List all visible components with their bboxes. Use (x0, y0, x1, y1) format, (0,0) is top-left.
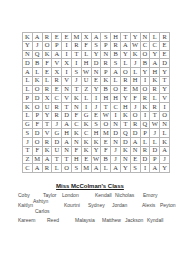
word-list-item: Nicholas (115, 193, 134, 199)
word-list-item: Carlos (35, 209, 49, 215)
word-list-item: Sydney (88, 203, 105, 209)
word-list-item: Reed (47, 218, 59, 224)
worksheet-page: KAREEMXASHTYNLRYJOPIRFSPRAWCCENQKAITLYNB… (0, 0, 180, 256)
word-list: CobyTaylorLondonKendallNicholasEmoryAsht… (0, 0, 180, 256)
word-list-item: Coby (18, 193, 30, 199)
word-list-item: Kyndall (147, 218, 163, 224)
word-list-item: Malaysia (75, 218, 95, 224)
word-list-item: Peyton (160, 203, 176, 209)
word-list-item: Jordan (112, 203, 127, 209)
word-list-item: Kareem (18, 218, 36, 224)
word-list-item: Kaitlyn (18, 203, 33, 209)
word-list-item: Emory (143, 193, 157, 199)
word-list-item: Alexis (142, 203, 155, 209)
word-list-item: Jackson (125, 218, 143, 224)
word-list-item: Matthew (102, 218, 121, 224)
word-list-item: London (62, 193, 79, 199)
word-list-item: Ashtyn (33, 199, 48, 205)
word-list-item: Kendall (95, 193, 112, 199)
word-list-item: Kourtni (64, 203, 80, 209)
